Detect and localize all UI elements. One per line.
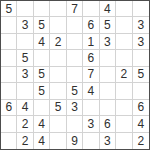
sudoku-cell-r7c2[interactable]: 4: [17, 100, 33, 116]
sudoku-cell-r8c9[interactable]: 4: [133, 116, 149, 132]
sudoku-cell-r4c1[interactable]: [1, 50, 17, 66]
sudoku-cell-r2c6[interactable]: 6: [83, 17, 99, 33]
sudoku-cell-r8c3[interactable]: 4: [34, 116, 50, 132]
sudoku-cell-r4c4[interactable]: [50, 50, 66, 66]
sudoku-cell-r5c8[interactable]: 2: [116, 67, 132, 83]
sudoku-cell-r5c1[interactable]: [1, 67, 17, 83]
sudoku-cell-r1c9[interactable]: [133, 1, 149, 17]
sudoku-cell-r7c9[interactable]: 6: [133, 100, 149, 116]
sudoku-cell-r6c8[interactable]: [116, 83, 132, 99]
sudoku-cell-r8c7[interactable]: 6: [100, 116, 116, 132]
sudoku-cell-r1c5[interactable]: 7: [67, 1, 83, 17]
sudoku-cell-r2c4[interactable]: [50, 17, 66, 33]
sudoku-cell-r6c5[interactable]: 5: [67, 83, 83, 99]
sudoku-cell-r2c5[interactable]: [67, 17, 83, 33]
sudoku-cell-r3c7[interactable]: 3: [100, 34, 116, 50]
sudoku-cell-r4c6[interactable]: 6: [83, 50, 99, 66]
sudoku-cell-r4c7[interactable]: [100, 50, 116, 66]
sudoku-cell-r7c6[interactable]: [83, 100, 99, 116]
sudoku-cell-r5c4[interactable]: [50, 67, 66, 83]
sudoku-cell-r6c3[interactable]: 5: [34, 83, 50, 99]
sudoku-cell-r7c5[interactable]: 3: [67, 100, 83, 116]
sudoku-cell-r9c5[interactable]: 9: [67, 133, 83, 149]
sudoku-cell-r3c2[interactable]: [17, 34, 33, 50]
sudoku-cell-r1c1[interactable]: 5: [1, 1, 17, 17]
sudoku-board: 57435653421335635725554645362436424932: [0, 0, 150, 150]
sudoku-cell-r2c2[interactable]: 3: [17, 17, 33, 33]
sudoku-cell-r8c1[interactable]: [1, 116, 17, 132]
sudoku-cell-r9c9[interactable]: 2: [133, 133, 149, 149]
sudoku-cell-r9c4[interactable]: [50, 133, 66, 149]
sudoku-cell-r8c8[interactable]: [116, 116, 132, 132]
sudoku-cell-r4c2[interactable]: 5: [17, 50, 33, 66]
sudoku-cell-r5c5[interactable]: [67, 67, 83, 83]
sudoku-cell-r5c3[interactable]: 5: [34, 67, 50, 83]
sudoku-cell-r1c3[interactable]: [34, 1, 50, 17]
sudoku-cell-r3c1[interactable]: [1, 34, 17, 50]
sudoku-cell-r3c9[interactable]: 3: [133, 34, 149, 50]
sudoku-cell-r6c7[interactable]: [100, 83, 116, 99]
sudoku-cell-r7c8[interactable]: [116, 100, 132, 116]
sudoku-cell-r5c7[interactable]: [100, 67, 116, 83]
sudoku-cell-r1c7[interactable]: 4: [100, 1, 116, 17]
sudoku-cell-r2c8[interactable]: [116, 17, 132, 33]
sudoku-cell-r1c2[interactable]: [17, 1, 33, 17]
sudoku-cell-r9c7[interactable]: 3: [100, 133, 116, 149]
sudoku-cell-r2c3[interactable]: 5: [34, 17, 50, 33]
sudoku-cell-r2c1[interactable]: [1, 17, 17, 33]
sudoku-cell-r9c1[interactable]: [1, 133, 17, 149]
sudoku-cell-r3c3[interactable]: 4: [34, 34, 50, 50]
sudoku-cell-r2c9[interactable]: 3: [133, 17, 149, 33]
sudoku-cell-r7c4[interactable]: 5: [50, 100, 66, 116]
sudoku-cell-r6c6[interactable]: 4: [83, 83, 99, 99]
sudoku-cell-r9c8[interactable]: [116, 133, 132, 149]
sudoku-cell-r1c8[interactable]: [116, 1, 132, 17]
sudoku-cell-r6c2[interactable]: [17, 83, 33, 99]
sudoku-cell-r8c4[interactable]: [50, 116, 66, 132]
sudoku-cell-r5c6[interactable]: 7: [83, 67, 99, 83]
sudoku-cell-r1c4[interactable]: [50, 1, 66, 17]
sudoku-cell-r1c6[interactable]: [83, 1, 99, 17]
sudoku-cell-r6c4[interactable]: [50, 83, 66, 99]
sudoku-cell-r9c2[interactable]: 2: [17, 133, 33, 149]
sudoku-cell-r8c5[interactable]: [67, 116, 83, 132]
sudoku-cell-r4c5[interactable]: [67, 50, 83, 66]
sudoku-cell-r9c3[interactable]: 4: [34, 133, 50, 149]
sudoku-cell-r5c2[interactable]: 3: [17, 67, 33, 83]
sudoku-cell-r7c3[interactable]: [34, 100, 50, 116]
sudoku-cell-r6c1[interactable]: [1, 83, 17, 99]
sudoku-cell-r9c6[interactable]: [83, 133, 99, 149]
sudoku-cell-r3c5[interactable]: [67, 34, 83, 50]
sudoku-cell-r3c8[interactable]: [116, 34, 132, 50]
sudoku-cell-r8c2[interactable]: 2: [17, 116, 33, 132]
sudoku-cell-r7c1[interactable]: 6: [1, 100, 17, 116]
sudoku-cell-r6c9[interactable]: [133, 83, 149, 99]
sudoku-cell-r3c6[interactable]: 1: [83, 34, 99, 50]
sudoku-cell-r4c3[interactable]: [34, 50, 50, 66]
sudoku-cell-r3c4[interactable]: 2: [50, 34, 66, 50]
sudoku-cell-r2c7[interactable]: 5: [100, 17, 116, 33]
sudoku-cell-r4c8[interactable]: [116, 50, 132, 66]
sudoku-cell-r7c7[interactable]: [100, 100, 116, 116]
sudoku-cell-r4c9[interactable]: [133, 50, 149, 66]
sudoku-cell-r5c9[interactable]: 5: [133, 67, 149, 83]
sudoku-cell-r8c6[interactable]: 3: [83, 116, 99, 132]
